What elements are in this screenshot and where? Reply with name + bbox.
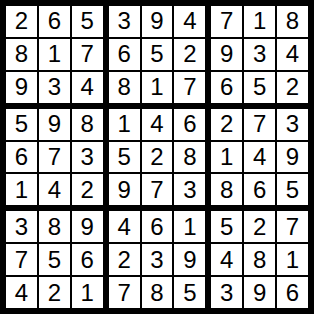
sudoku-cell-r4c9[interactable]: 3 xyxy=(277,109,308,140)
sudoku-cell-r6c5[interactable]: 7 xyxy=(142,174,173,205)
sudoku-cell-r3c7[interactable]: 6 xyxy=(211,72,242,103)
sudoku-box-8: 461239785 xyxy=(109,211,206,308)
sudoku-cell-r4c7[interactable]: 2 xyxy=(211,109,242,140)
sudoku-cell-r7c8[interactable]: 2 xyxy=(244,211,275,242)
sudoku-box-7: 389756421 xyxy=(6,211,103,308)
sudoku-cell-r2c8[interactable]: 3 xyxy=(244,39,275,70)
sudoku-cell-r3c9[interactable]: 2 xyxy=(277,72,308,103)
sudoku-cell-r9c9[interactable]: 6 xyxy=(277,277,308,308)
sudoku-cell-r1c1[interactable]: 2 xyxy=(6,6,37,37)
sudoku-cell-r3c3[interactable]: 4 xyxy=(72,72,103,103)
sudoku-cell-r3c2[interactable]: 3 xyxy=(39,72,70,103)
sudoku-cell-r5c1[interactable]: 6 xyxy=(6,142,37,173)
sudoku-cell-r8c6[interactable]: 9 xyxy=(174,244,205,275)
sudoku-cell-r7c5[interactable]: 6 xyxy=(142,211,173,242)
sudoku-cell-r5c2[interactable]: 7 xyxy=(39,142,70,173)
sudoku-cell-r8c8[interactable]: 8 xyxy=(244,244,275,275)
sudoku-cell-r9c8[interactable]: 9 xyxy=(244,277,275,308)
sudoku-cell-r2c7[interactable]: 9 xyxy=(211,39,242,70)
sudoku-cell-r1c3[interactable]: 5 xyxy=(72,6,103,37)
sudoku-cell-r9c7[interactable]: 3 xyxy=(211,277,242,308)
sudoku-cell-r3c5[interactable]: 1 xyxy=(142,72,173,103)
sudoku-cell-r7c3[interactable]: 9 xyxy=(72,211,103,242)
sudoku-cell-r9c6[interactable]: 5 xyxy=(174,277,205,308)
sudoku-cell-r7c2[interactable]: 8 xyxy=(39,211,70,242)
sudoku-cell-r9c5[interactable]: 8 xyxy=(142,277,173,308)
sudoku-box-9: 527481396 xyxy=(211,211,308,308)
sudoku-cell-r1c5[interactable]: 9 xyxy=(142,6,173,37)
sudoku-cell-r2c5[interactable]: 5 xyxy=(142,39,173,70)
sudoku-cell-r4c4[interactable]: 1 xyxy=(109,109,140,140)
sudoku-cell-r8c4[interactable]: 2 xyxy=(109,244,140,275)
sudoku-cell-r3c1[interactable]: 9 xyxy=(6,72,37,103)
sudoku-box-1: 265817934 xyxy=(6,6,103,103)
sudoku-cell-r7c4[interactable]: 4 xyxy=(109,211,140,242)
sudoku-cell-r2c4[interactable]: 6 xyxy=(109,39,140,70)
sudoku-cell-r3c6[interactable]: 7 xyxy=(174,72,205,103)
sudoku-cell-r2c1[interactable]: 8 xyxy=(6,39,37,70)
sudoku-cell-r1c7[interactable]: 7 xyxy=(211,6,242,37)
sudoku-cell-r8c9[interactable]: 1 xyxy=(277,244,308,275)
sudoku-cell-r7c1[interactable]: 3 xyxy=(6,211,37,242)
sudoku-cell-r7c9[interactable]: 7 xyxy=(277,211,308,242)
sudoku-cell-r5c3[interactable]: 3 xyxy=(72,142,103,173)
sudoku-cell-r6c1[interactable]: 1 xyxy=(6,174,37,205)
sudoku-cell-r1c4[interactable]: 3 xyxy=(109,6,140,37)
sudoku-cell-r8c1[interactable]: 7 xyxy=(6,244,37,275)
sudoku-cell-r4c2[interactable]: 9 xyxy=(39,109,70,140)
sudoku-cell-r1c6[interactable]: 4 xyxy=(174,6,205,37)
sudoku-cell-r9c1[interactable]: 4 xyxy=(6,277,37,308)
sudoku-cell-r6c9[interactable]: 5 xyxy=(277,174,308,205)
sudoku-box-6: 273149865 xyxy=(211,109,308,206)
sudoku-cell-r2c3[interactable]: 7 xyxy=(72,39,103,70)
sudoku-cell-r3c8[interactable]: 5 xyxy=(244,72,275,103)
sudoku-cell-r9c4[interactable]: 7 xyxy=(109,277,140,308)
sudoku-cell-r4c5[interactable]: 4 xyxy=(142,109,173,140)
sudoku-box-2: 394652817 xyxy=(109,6,206,103)
sudoku-cell-r6c2[interactable]: 4 xyxy=(39,174,70,205)
sudoku-cell-r1c8[interactable]: 1 xyxy=(244,6,275,37)
sudoku-cell-r8c5[interactable]: 3 xyxy=(142,244,173,275)
sudoku-cell-r2c6[interactable]: 2 xyxy=(174,39,205,70)
sudoku-cell-r1c2[interactable]: 6 xyxy=(39,6,70,37)
sudoku-cell-r6c3[interactable]: 2 xyxy=(72,174,103,205)
sudoku-cell-r5c4[interactable]: 5 xyxy=(109,142,140,173)
sudoku-box-3: 718934652 xyxy=(211,6,308,103)
sudoku-cell-r8c2[interactable]: 5 xyxy=(39,244,70,275)
sudoku-cell-r7c7[interactable]: 5 xyxy=(211,211,242,242)
sudoku-cell-r2c9[interactable]: 4 xyxy=(277,39,308,70)
sudoku-cell-r6c7[interactable]: 8 xyxy=(211,174,242,205)
sudoku-cell-r8c3[interactable]: 6 xyxy=(72,244,103,275)
sudoku-board: 2658179343946528177189346525986731421465… xyxy=(0,0,314,314)
sudoku-cell-r6c6[interactable]: 3 xyxy=(174,174,205,205)
sudoku-cell-r3c4[interactable]: 8 xyxy=(109,72,140,103)
sudoku-cell-r4c3[interactable]: 8 xyxy=(72,109,103,140)
sudoku-cell-r4c6[interactable]: 6 xyxy=(174,109,205,140)
sudoku-box-5: 146528973 xyxy=(109,109,206,206)
sudoku-cell-r5c6[interactable]: 8 xyxy=(174,142,205,173)
sudoku-cell-r5c8[interactable]: 4 xyxy=(244,142,275,173)
sudoku-cell-r5c5[interactable]: 2 xyxy=(142,142,173,173)
sudoku-cell-r2c2[interactable]: 1 xyxy=(39,39,70,70)
sudoku-cell-r6c8[interactable]: 6 xyxy=(244,174,275,205)
sudoku-cell-r9c3[interactable]: 1 xyxy=(72,277,103,308)
sudoku-cell-r5c9[interactable]: 9 xyxy=(277,142,308,173)
sudoku-cell-r4c8[interactable]: 7 xyxy=(244,109,275,140)
sudoku-box-4: 598673142 xyxy=(6,109,103,206)
sudoku-cell-r9c2[interactable]: 2 xyxy=(39,277,70,308)
sudoku-cell-r8c7[interactable]: 4 xyxy=(211,244,242,275)
sudoku-cell-r4c1[interactable]: 5 xyxy=(6,109,37,140)
sudoku-cell-r1c9[interactable]: 8 xyxy=(277,6,308,37)
sudoku-cell-r5c7[interactable]: 1 xyxy=(211,142,242,173)
sudoku-cell-r6c4[interactable]: 9 xyxy=(109,174,140,205)
sudoku-cell-r7c6[interactable]: 1 xyxy=(174,211,205,242)
